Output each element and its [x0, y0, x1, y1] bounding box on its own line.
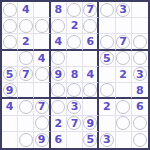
cell-r1c4[interactable]: 8: [51, 2, 67, 18]
given-digit: 9: [86, 118, 94, 129]
odd-marker-circle: [133, 51, 147, 65]
given-digit: 6: [54, 134, 62, 145]
odd-marker-circle: [3, 19, 17, 33]
given-digit: 6: [86, 36, 94, 47]
cell-r2c6[interactable]: [83, 18, 99, 34]
odd-marker-circle: [35, 67, 49, 81]
cell-r9c7[interactable]: 3: [99, 132, 115, 148]
given-digit: 2: [54, 118, 62, 129]
given-digit: 6: [136, 101, 144, 112]
cell-r2c1[interactable]: [2, 18, 18, 34]
odd-marker-circle: [83, 19, 97, 33]
cell-r4c8[interactable]: [116, 51, 132, 67]
given-digit: 7: [86, 4, 94, 15]
cell-r2c8[interactable]: [116, 18, 132, 34]
cell-r9c9[interactable]: [132, 132, 148, 148]
cell-r6c8[interactable]: [116, 83, 132, 99]
given-digit: 8: [54, 4, 62, 15]
cell-r3c9[interactable]: [132, 34, 148, 50]
cell-r1c1[interactable]: [2, 2, 18, 18]
cell-r7c8[interactable]: [116, 99, 132, 115]
odd-marker-circle: [35, 116, 49, 130]
cell-r7c2[interactable]: [18, 99, 34, 115]
cell-r5c6[interactable]: 4: [83, 67, 99, 83]
given-digit: 4: [6, 101, 14, 112]
given-digit: 9: [54, 69, 62, 80]
cell-r4c4[interactable]: [51, 51, 67, 67]
given-digit: 8: [71, 69, 79, 80]
cell-r6c1[interactable]: 9: [2, 83, 18, 99]
cell-r5c7[interactable]: [99, 67, 115, 83]
cell-r3c4[interactable]: 4: [51, 34, 67, 50]
given-digit: 2: [22, 36, 30, 47]
odd-marker-circle: [35, 19, 49, 33]
cell-r1c2[interactable]: 4: [18, 2, 34, 18]
cell-r8c7[interactable]: [99, 116, 115, 132]
cell-r6c2[interactable]: [18, 83, 34, 99]
cell-r4c1[interactable]: [2, 51, 18, 67]
given-digit: 4: [22, 4, 30, 15]
cell-r5c5[interactable]: 8: [67, 67, 83, 83]
cell-r8c6[interactable]: 9: [83, 116, 99, 132]
cell-r8c5[interactable]: 7: [67, 116, 83, 132]
given-digit: 3: [71, 101, 79, 112]
cell-r1c7[interactable]: [99, 2, 115, 18]
odd-marker-circle: [116, 51, 130, 65]
cell-r3c8[interactable]: 7: [116, 34, 132, 50]
odd-marker-circle: [83, 83, 97, 97]
odd-marker-circle: [116, 100, 130, 114]
cell-r2c4[interactable]: [51, 18, 67, 34]
cell-r8c3[interactable]: [34, 116, 50, 132]
cell-r1c8[interactable]: 3: [116, 2, 132, 18]
cell-r8c9[interactable]: [132, 116, 148, 132]
cell-r5c9[interactable]: 3: [132, 67, 148, 83]
given-digit: 7: [119, 36, 127, 47]
cell-r8c8[interactable]: [116, 116, 132, 132]
cell-r3c7[interactable]: [99, 34, 115, 50]
cell-r3c3[interactable]: [34, 34, 50, 50]
cell-r1c6[interactable]: 7: [83, 2, 99, 18]
given-digit: 7: [22, 69, 30, 80]
given-digit: 3: [119, 4, 127, 15]
odd-marker-circle: [100, 83, 114, 97]
cell-r9c1[interactable]: [2, 132, 18, 148]
odd-marker-circle: [100, 35, 114, 49]
cell-r5c1[interactable]: 5: [2, 67, 18, 83]
cell-r3c2[interactable]: 2: [18, 34, 34, 50]
given-digit: 5: [86, 134, 94, 145]
cell-r7c6[interactable]: [83, 99, 99, 115]
cell-r9c2[interactable]: [18, 132, 34, 148]
cell-r7c5[interactable]: 3: [67, 99, 83, 115]
cell-r7c9[interactable]: 6: [132, 99, 148, 115]
given-digit: 4: [54, 36, 62, 47]
odd-marker-circle: [100, 3, 114, 17]
given-digit: 5: [6, 69, 14, 80]
given-digit: 9: [38, 134, 46, 145]
cell-r6c5[interactable]: [67, 83, 83, 99]
odd-marker-circle: [133, 35, 147, 49]
cell-r6c6[interactable]: [83, 83, 99, 99]
cell-r7c3[interactable]: 7: [34, 99, 50, 115]
given-digit: 7: [71, 118, 79, 129]
given-digit: 5: [103, 53, 111, 64]
given-digit: 4: [38, 53, 46, 64]
odd-marker-circle: [67, 83, 81, 97]
cell-r8c4[interactable]: 2: [51, 116, 67, 132]
cell-r6c7[interactable]: [99, 83, 115, 99]
cell-r4c5[interactable]: [67, 51, 83, 67]
odd-marker-circle: [51, 19, 65, 33]
sudoku-board: 48732246745579842398473262799653: [0, 0, 150, 150]
cell-r5c8[interactable]: 2: [116, 67, 132, 83]
odd-marker-circle: [51, 83, 65, 97]
odd-marker-circle: [67, 3, 81, 17]
cell-r1c3[interactable]: [34, 2, 50, 18]
odd-marker-circle: [19, 100, 33, 114]
cell-r9c8[interactable]: [116, 132, 132, 148]
given-digit: 4: [86, 69, 94, 80]
cell-r9c6[interactable]: 5: [83, 132, 99, 148]
odd-marker-circle: [51, 100, 65, 114]
odd-marker-circle: [19, 133, 33, 147]
cell-r4c9[interactable]: [132, 51, 148, 67]
cell-r6c3[interactable]: [34, 83, 50, 99]
given-digit: 3: [136, 69, 144, 80]
cell-r7c1[interactable]: 4: [2, 99, 18, 115]
cell-r9c4[interactable]: 6: [51, 132, 67, 148]
odd-marker-circle: [19, 19, 33, 33]
cell-r2c9[interactable]: [132, 18, 148, 34]
cell-r8c2[interactable]: [18, 116, 34, 132]
cell-r3c5[interactable]: [67, 34, 83, 50]
cell-r4c3[interactable]: 4: [34, 51, 50, 67]
given-digit: 9: [6, 85, 14, 96]
cell-r6c9[interactable]: 8: [132, 83, 148, 99]
cell-r7c7[interactable]: 2: [99, 99, 115, 115]
odd-marker-circle: [67, 35, 81, 49]
odd-marker-circle: [19, 51, 33, 65]
cell-r4c6[interactable]: [83, 51, 99, 67]
cell-r3c1[interactable]: [2, 34, 18, 50]
cell-r7c4[interactable]: [51, 99, 67, 115]
odd-marker-circle: [133, 116, 147, 130]
cell-r9c3[interactable]: 9: [34, 132, 50, 148]
cell-r4c2[interactable]: [18, 51, 34, 67]
cell-r1c9[interactable]: [132, 2, 148, 18]
cell-r9c5[interactable]: [67, 132, 83, 148]
odd-marker-circle: [3, 3, 17, 17]
odd-marker-circle: [133, 133, 147, 147]
cell-r3c6[interactable]: 6: [83, 34, 99, 50]
given-digit: 2: [103, 101, 111, 112]
cell-r2c7[interactable]: [99, 18, 115, 34]
odd-marker-circle: [51, 51, 65, 65]
given-digit: 7: [38, 101, 46, 112]
cell-r4c7[interactable]: 5: [99, 51, 115, 67]
given-digit: 2: [71, 20, 79, 31]
odd-marker-circle: [116, 116, 130, 130]
cell-r5c4[interactable]: 9: [51, 67, 67, 83]
cell-r2c5[interactable]: 2: [67, 18, 83, 34]
odd-marker-circle: [3, 35, 17, 49]
cell-r2c2[interactable]: [18, 18, 34, 34]
given-digit: 2: [119, 69, 127, 80]
given-digit: 3: [103, 134, 111, 145]
cell-r6c4[interactable]: [51, 83, 67, 99]
cell-r5c2[interactable]: 7: [18, 67, 34, 83]
cell-r2c3[interactable]: [34, 18, 50, 34]
cell-r1c5[interactable]: [67, 2, 83, 18]
cell-r5c3[interactable]: [34, 67, 50, 83]
given-digit: 8: [136, 85, 144, 96]
cell-r8c1[interactable]: [2, 116, 18, 132]
